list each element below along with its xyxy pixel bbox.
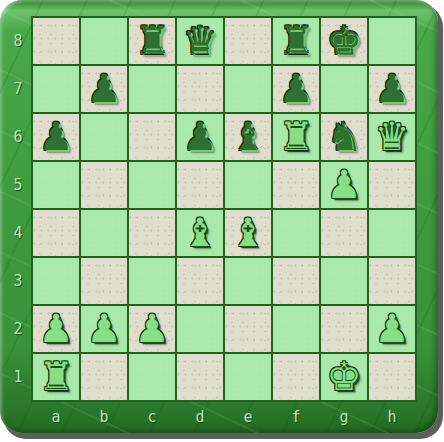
- piece-white-king[interactable]: ♚: [327, 357, 362, 396]
- square-c2[interactable]: ♟: [129, 306, 175, 352]
- piece-black-knight[interactable]: ♞: [327, 117, 362, 156]
- square-b8[interactable]: [81, 18, 127, 64]
- square-c6[interactable]: [129, 114, 175, 160]
- square-b4[interactable]: [81, 210, 127, 256]
- square-d3[interactable]: [177, 258, 223, 304]
- square-c4[interactable]: [129, 210, 175, 256]
- square-h8[interactable]: [369, 18, 415, 64]
- square-g4[interactable]: [321, 210, 367, 256]
- square-a6[interactable]: ♟: [33, 114, 79, 160]
- piece-white-pawn[interactable]: ♟: [87, 309, 122, 348]
- rank-label-2: 2: [8, 306, 28, 352]
- square-f1[interactable]: [273, 354, 319, 400]
- square-a5[interactable]: [33, 162, 79, 208]
- square-h4[interactable]: [369, 210, 415, 256]
- rank-label-5: 5: [8, 162, 28, 208]
- square-f8[interactable]: ♜: [273, 18, 319, 64]
- piece-white-bishop[interactable]: ♝: [183, 213, 218, 252]
- square-e2[interactable]: [225, 306, 271, 352]
- square-f3[interactable]: [273, 258, 319, 304]
- file-label-h: h: [369, 404, 415, 430]
- piece-white-pawn[interactable]: ♟: [375, 309, 410, 348]
- piece-black-queen[interactable]: ♛: [183, 21, 218, 60]
- file-label-g: g: [321, 404, 367, 430]
- square-h5[interactable]: [369, 162, 415, 208]
- rank-label-6: 6: [8, 114, 28, 160]
- file-label-f: f: [273, 404, 319, 430]
- piece-black-pawn[interactable]: ♟: [375, 69, 410, 108]
- square-a2[interactable]: ♟: [33, 306, 79, 352]
- rank-label-7: 7: [8, 66, 28, 112]
- square-d1[interactable]: [177, 354, 223, 400]
- piece-black-rook[interactable]: ♜: [279, 21, 314, 60]
- piece-black-pawn[interactable]: ♟: [87, 69, 122, 108]
- square-h6[interactable]: ♛: [369, 114, 415, 160]
- square-d4[interactable]: ♝: [177, 210, 223, 256]
- square-h3[interactable]: [369, 258, 415, 304]
- square-f2[interactable]: [273, 306, 319, 352]
- square-a3[interactable]: [33, 258, 79, 304]
- square-g1[interactable]: ♚: [321, 354, 367, 400]
- square-b1[interactable]: [81, 354, 127, 400]
- square-f4[interactable]: [273, 210, 319, 256]
- square-g2[interactable]: [321, 306, 367, 352]
- square-f7[interactable]: ♟: [273, 66, 319, 112]
- file-label-d: d: [177, 404, 223, 430]
- square-b7[interactable]: ♟: [81, 66, 127, 112]
- piece-black-king[interactable]: ♚: [327, 21, 362, 60]
- square-c1[interactable]: [129, 354, 175, 400]
- square-c8[interactable]: ♜: [129, 18, 175, 64]
- square-g7[interactable]: [321, 66, 367, 112]
- square-f6[interactable]: ♜: [273, 114, 319, 160]
- square-g3[interactable]: [321, 258, 367, 304]
- square-e4[interactable]: ♝: [225, 210, 271, 256]
- piece-black-bishop[interactable]: ♝: [231, 117, 266, 156]
- square-c5[interactable]: [129, 162, 175, 208]
- square-h7[interactable]: ♟: [369, 66, 415, 112]
- file-label-a: a: [33, 404, 79, 430]
- piece-black-pawn[interactable]: ♟: [279, 69, 314, 108]
- piece-black-rook[interactable]: ♜: [135, 21, 170, 60]
- square-e1[interactable]: [225, 354, 271, 400]
- piece-white-queen[interactable]: ♛: [375, 117, 410, 156]
- piece-white-pawn[interactable]: ♟: [327, 165, 362, 204]
- file-label-b: b: [81, 404, 127, 430]
- square-g5[interactable]: ♟: [321, 162, 367, 208]
- square-c7[interactable]: [129, 66, 175, 112]
- square-e7[interactable]: [225, 66, 271, 112]
- rank-label-4: 4: [8, 210, 28, 256]
- square-g6[interactable]: ♞: [321, 114, 367, 160]
- square-c3[interactable]: [129, 258, 175, 304]
- square-d5[interactable]: [177, 162, 223, 208]
- piece-white-bishop[interactable]: ♝: [231, 213, 266, 252]
- chess-app: 87654321 abcdefgh ♜♛♜♚♟♟♟♟♟♝♜♞♛♟♝♝♟♟♟♟♜♚: [0, 0, 444, 442]
- square-b6[interactable]: [81, 114, 127, 160]
- piece-white-pawn[interactable]: ♟: [135, 309, 170, 348]
- square-e3[interactable]: [225, 258, 271, 304]
- square-f5[interactable]: [273, 162, 319, 208]
- square-d8[interactable]: ♛: [177, 18, 223, 64]
- square-b3[interactable]: [81, 258, 127, 304]
- square-b5[interactable]: [81, 162, 127, 208]
- rank-label-3: 3: [8, 258, 28, 304]
- square-e6[interactable]: ♝: [225, 114, 271, 160]
- file-label-e: e: [225, 404, 271, 430]
- rank-label-8: 8: [8, 18, 28, 64]
- piece-white-rook[interactable]: ♜: [39, 357, 74, 396]
- piece-black-pawn[interactable]: ♟: [39, 117, 74, 156]
- rank-label-1: 1: [8, 354, 28, 400]
- square-a7[interactable]: [33, 66, 79, 112]
- square-a1[interactable]: ♜: [33, 354, 79, 400]
- piece-white-rook[interactable]: ♜: [279, 117, 314, 156]
- piece-white-pawn[interactable]: ♟: [39, 309, 74, 348]
- piece-black-pawn[interactable]: ♟: [183, 117, 218, 156]
- square-d2[interactable]: [177, 306, 223, 352]
- square-e8[interactable]: [225, 18, 271, 64]
- file-label-c: c: [129, 404, 175, 430]
- square-d7[interactable]: [177, 66, 223, 112]
- square-h1[interactable]: [369, 354, 415, 400]
- square-h2[interactable]: ♟: [369, 306, 415, 352]
- square-a8[interactable]: [33, 18, 79, 64]
- square-e5[interactable]: [225, 162, 271, 208]
- square-g8[interactable]: ♚: [321, 18, 367, 64]
- square-d6[interactable]: ♟: [177, 114, 223, 160]
- square-a4[interactable]: [33, 210, 79, 256]
- chess-board: ♜♛♜♚♟♟♟♟♟♝♜♞♛♟♝♝♟♟♟♟♜♚: [31, 16, 417, 402]
- square-b2[interactable]: ♟: [81, 306, 127, 352]
